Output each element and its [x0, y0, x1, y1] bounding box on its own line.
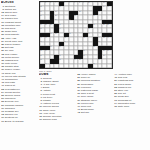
down-clue-list-1: 1Colored2Wander about3At any time4Damp5A…	[39, 77, 75, 121]
clue: 67Being, to Caesar	[1, 120, 38, 123]
cell-number: 22	[74, 15, 76, 17]
cell-number: 50	[50, 46, 52, 48]
down-clue-column-2: 22Honey maker23Gone by25Morning moisture…	[77, 73, 112, 149]
clue: 65Salty drop	[114, 105, 149, 108]
cell-number: 21	[55, 15, 57, 17]
cell-number: 55	[83, 50, 85, 52]
cell-number: 67	[45, 63, 47, 65]
crossword-grid: 1234567891011121314151617181920212223242…	[39, 1, 113, 69]
cell-number: 37	[55, 33, 57, 35]
clue-number: 67	[1, 120, 4, 123]
cell-number: 33	[40, 28, 42, 30]
cell-number: 19	[98, 11, 100, 13]
cell-number: 29	[59, 24, 61, 26]
cell-number: 64	[74, 59, 76, 61]
cell-number: 31	[103, 24, 105, 26]
cell-number: 44	[98, 37, 100, 39]
cell-number: 41	[45, 37, 47, 39]
cell-number: 28	[50, 24, 52, 26]
cell-number: 13	[59, 6, 61, 8]
cell-number: 52	[93, 46, 95, 48]
cell-number: 63	[59, 59, 61, 61]
cell-number: 47	[40, 41, 42, 43]
cell-number: 59	[59, 55, 61, 57]
cell-number: 39	[88, 33, 90, 35]
cell-number: 5	[64, 2, 65, 4]
cell-number: 12	[40, 6, 42, 8]
cell-number: 9	[83, 2, 84, 4]
cell-number: 16	[40, 11, 42, 13]
cell-number: 68	[93, 63, 95, 65]
cell-number: 61	[103, 55, 105, 57]
clue: 19Narrow road	[39, 118, 75, 121]
cell-number: 10	[88, 2, 90, 4]
cell-number: 57	[107, 50, 109, 52]
cell-number: 34	[59, 28, 61, 30]
clue: 42Not any	[77, 111, 112, 114]
cell-number: 43	[83, 37, 85, 39]
cell-number: 42	[64, 37, 66, 39]
cell-number: 30	[93, 24, 95, 26]
cell-number: 53	[40, 50, 42, 52]
cell-number: 27	[45, 24, 47, 26]
crossword-page: ACROSS 1Sketched5Tortilla dip12Opera sol…	[0, 0, 150, 150]
cell-number: 38	[69, 33, 71, 35]
cell-number: 49	[98, 41, 100, 43]
down-clue-list-3: 44Auction offer45Golf peg50Flightless bi…	[114, 73, 149, 108]
cell-number: 11	[103, 2, 104, 4]
cell-number: 24	[55, 19, 57, 21]
cell-number: 23	[93, 15, 95, 17]
cell-number: 6	[69, 2, 70, 4]
cell-number: 35	[88, 28, 90, 30]
cell-number: 18	[79, 11, 81, 13]
cell-number: 60	[83, 55, 85, 57]
cell-number: 20	[40, 15, 42, 17]
cell-number: 48	[64, 41, 66, 43]
cell-number: 58	[40, 55, 42, 57]
cell-number: 36	[50, 33, 52, 35]
cell-number: 2	[45, 2, 46, 4]
cell-number: 7	[74, 2, 75, 4]
across-clue-column: ACROSS 1Sketched5Tortilla dip12Opera sol…	[1, 1, 38, 149]
cell-number: 8	[79, 2, 80, 4]
cell-number: 17	[55, 11, 57, 13]
clue-number: 65	[114, 105, 117, 108]
cell-number: 40	[40, 37, 42, 39]
down-clue-list-2: 22Honey maker23Gone by25Morning moisture…	[77, 73, 112, 114]
cell-number: 4	[55, 2, 56, 4]
across-clue-list: 1Sketched5Tortilla dip12Opera solo14Sea …	[1, 5, 38, 123]
cell-number: 1	[40, 2, 41, 4]
cell-number: 65	[79, 59, 81, 61]
cell-number: 14	[103, 6, 105, 8]
cell-number: 45	[103, 37, 105, 39]
cell-number: 46	[107, 37, 109, 39]
cell-number: 66	[98, 59, 100, 61]
down-clue-column-3: 44Auction offer45Golf peg50Flightless bi…	[114, 73, 149, 149]
cell-number: 15	[107, 6, 109, 8]
clue-number: 42	[77, 111, 80, 114]
cell-number: 25	[69, 19, 71, 21]
cell-number: 51	[59, 46, 61, 48]
cell-number: 54	[45, 50, 47, 52]
clue-number: 19	[39, 118, 42, 121]
cell-number: 62	[40, 59, 42, 61]
cell-number: 56	[103, 50, 105, 52]
cell-number: 3	[50, 2, 51, 4]
cell-number: 32	[107, 24, 109, 26]
cell-number: 26	[40, 24, 42, 26]
down-clue-column-1: DOWN 1Colored2Wander about3At any time4D…	[39, 73, 75, 149]
grid-cell	[107, 64, 112, 68]
